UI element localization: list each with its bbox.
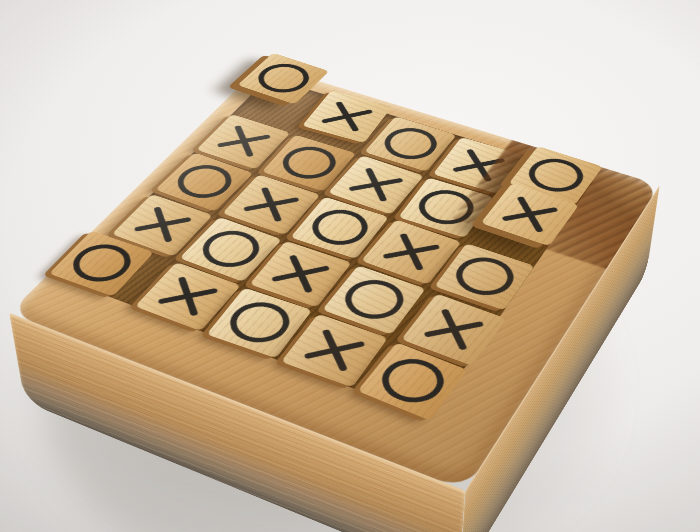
o-symbol <box>220 296 300 349</box>
o-symbol <box>303 204 377 251</box>
o-symbol <box>249 59 318 98</box>
o-symbol <box>376 123 446 165</box>
x-symbol <box>337 160 415 208</box>
product-photo-scene <box>0 0 700 532</box>
x-symbol <box>310 95 383 138</box>
board-tray <box>9 64 659 490</box>
x-symbol <box>370 225 451 278</box>
x-symbol <box>441 142 516 188</box>
o-symbol <box>62 238 141 288</box>
tile-r3c3[interactable] <box>290 197 388 259</box>
o-symbol <box>192 224 269 273</box>
o-symbol <box>167 159 241 204</box>
o-symbol <box>410 184 482 230</box>
x-symbol <box>291 320 378 380</box>
o-symbol <box>335 273 413 325</box>
tile-r5c1[interactable] <box>49 231 154 297</box>
tile-r1c1[interactable] <box>238 53 330 105</box>
o-symbol <box>447 251 523 302</box>
x-symbol <box>231 180 311 229</box>
o-symbol <box>273 141 344 184</box>
x-symbol <box>206 119 282 164</box>
o-symbol <box>371 351 454 410</box>
x-symbol <box>260 247 343 301</box>
x-symbol <box>145 268 231 324</box>
x-symbol <box>412 300 497 359</box>
x-symbol <box>122 199 204 250</box>
